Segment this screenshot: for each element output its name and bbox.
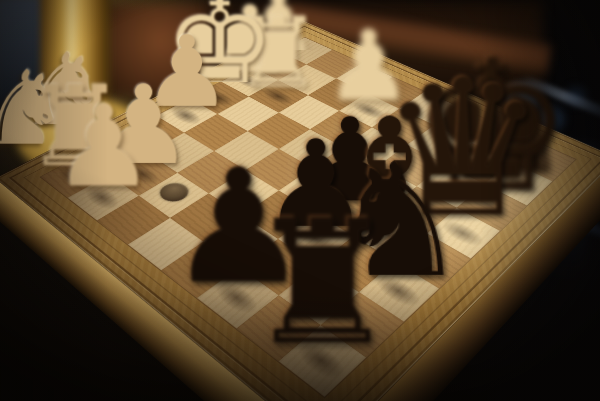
square-r8c8: ♜ (278, 325, 366, 397)
photo-frame: ♟♟♞♟♜♚♚♛♟♟♝♞♟♞♞♟♜♟♟♜ (0, 0, 600, 401)
piece-white-pawn: ♟ (53, 93, 154, 200)
board-grid: ♟♟♞♟♜♚♚♛♟♟♝♞♟♞♞♟♜♟♟♜ (39, 37, 576, 398)
chess-board: ♟♟♞♟♜♚♚♛♟♟♝♞♟♞♞♟♜♟♟♜ (0, 21, 600, 401)
scene: ♟♟♞♟♜♚♚♛♟♟♝♞♟♞♞♟♜♟♟♜ (0, 0, 600, 401)
piece-black-rook: ♜ (246, 203, 399, 365)
